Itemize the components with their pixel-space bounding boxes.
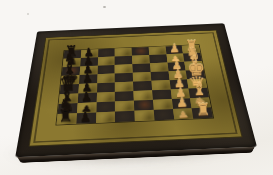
chess-piece-wR[interactable]: ♜ — [195, 101, 211, 119]
square-r7c1[interactable]: ♟ — [76, 112, 96, 123]
square-r6c4[interactable] — [134, 100, 154, 111]
square-r6c6[interactable]: ♟ — [171, 98, 191, 109]
square-r7c4[interactable] — [134, 110, 154, 121]
chess-piece-wP[interactable]: ♟ — [177, 110, 190, 119]
photo-scene: ♜♟♟♜♞♟♟♞♝♟♟♝♚♟♟♚♛♟♟♛♝♟♟♝♞♟♟♞♜♟♟♜ — [0, 0, 273, 175]
square-r5c7[interactable]: ♝ — [189, 88, 209, 98]
square-r7c2[interactable] — [96, 112, 116, 123]
board-border-band: ♜♟♟♜♞♟♟♞♝♟♟♝♚♟♟♚♛♟♟♛♝♟♟♝♞♟♟♞♜♟♟♜ — [29, 30, 243, 147]
chess-board-grid: ♜♟♟♜♞♟♟♞♝♟♟♝♚♟♟♚♛♟♟♛♝♟♟♝♞♟♟♞♜♟♟♜ — [56, 45, 213, 125]
board-3d-wrapper: ♜♟♟♜♞♟♟♞♝♟♟♝♚♟♟♚♛♟♟♛♝♟♟♝♞♟♟♞♜♟♟♜ — [15, 23, 257, 157]
square-r6c3[interactable] — [115, 101, 134, 112]
chess-piece-bR[interactable]: ♜ — [58, 107, 74, 125]
square-r7c5[interactable] — [153, 109, 173, 120]
chess-piece-wP[interactable]: ♟ — [176, 95, 188, 108]
chess-board: ♜♟♟♜♞♟♟♞♝♟♟♝♚♟♟♚♛♟♟♛♝♟♟♝♞♟♟♞♜♟♟♜ — [7, 0, 257, 157]
square-r7c7[interactable]: ♜ — [192, 107, 213, 118]
board-top-face: ♜♟♟♜♞♟♟♞♝♟♟♝♚♟♟♚♛♟♟♛♝♟♟♝♞♟♟♞♜♟♟♜ — [15, 23, 257, 157]
chess-piece-bP[interactable]: ♟ — [81, 90, 93, 103]
chess-piece-wP[interactable]: ♟ — [169, 42, 180, 54]
square-r7c0[interactable]: ♜ — [56, 113, 76, 124]
chess-piece-wK[interactable]: ♚ — [186, 59, 205, 80]
square-r3c3[interactable] — [115, 73, 133, 83]
square-r6c5[interactable] — [153, 99, 173, 110]
square-r4c3[interactable] — [115, 82, 133, 92]
chess-piece-bP[interactable]: ♟ — [79, 110, 91, 124]
square-r7c6[interactable]: ♟ — [173, 108, 194, 119]
square-r4c4[interactable] — [133, 81, 152, 91]
chess-piece-wB[interactable]: ♝ — [191, 80, 207, 98]
square-r7c3[interactable] — [115, 111, 135, 122]
